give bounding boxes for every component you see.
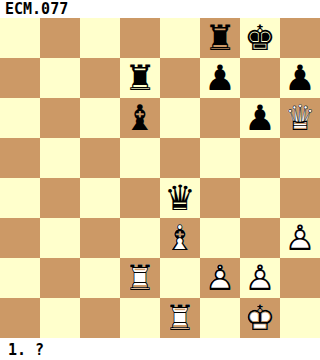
square-f5[interactable] [200, 138, 240, 178]
square-g5[interactable] [240, 138, 280, 178]
square-f3[interactable] [200, 218, 240, 258]
square-g6[interactable]: ♟ [240, 98, 280, 138]
square-a6[interactable] [0, 98, 40, 138]
square-f2[interactable]: ♟♙ [200, 258, 240, 298]
square-d6[interactable]: ♝ [120, 98, 160, 138]
square-d7[interactable]: ♜ [120, 58, 160, 98]
square-d1[interactable] [120, 298, 160, 338]
square-b4[interactable] [40, 178, 80, 218]
piece-black-rook: ♜ [200, 18, 240, 58]
page-title: ECM.077 [0, 0, 320, 18]
square-a8[interactable] [0, 18, 40, 58]
piece-black-pawn: ♟ [200, 58, 240, 98]
square-h4[interactable] [280, 178, 320, 218]
square-e6[interactable] [160, 98, 200, 138]
square-c3[interactable] [80, 218, 120, 258]
piece-white-pawn: ♙ [240, 258, 280, 298]
square-f4[interactable] [200, 178, 240, 218]
square-d4[interactable] [120, 178, 160, 218]
square-e2[interactable] [160, 258, 200, 298]
square-h5[interactable] [280, 138, 320, 178]
square-d5[interactable] [120, 138, 160, 178]
piece-white-king: ♔ [240, 298, 280, 338]
piece-white-rook: ♖ [160, 298, 200, 338]
square-f7[interactable]: ♟ [200, 58, 240, 98]
square-g1[interactable]: ♚♔ [240, 298, 280, 338]
piece-white-pawn: ♙ [200, 258, 240, 298]
square-d2[interactable]: ♜♖ [120, 258, 160, 298]
square-g7[interactable] [240, 58, 280, 98]
square-a1[interactable] [0, 298, 40, 338]
square-a3[interactable] [0, 218, 40, 258]
piece-black-king: ♚ [240, 18, 280, 58]
square-f1[interactable] [200, 298, 240, 338]
square-c6[interactable] [80, 98, 120, 138]
square-c4[interactable] [80, 178, 120, 218]
square-c1[interactable] [80, 298, 120, 338]
square-b8[interactable] [40, 18, 80, 58]
square-g8[interactable]: ♚ [240, 18, 280, 58]
square-h8[interactable] [280, 18, 320, 58]
square-e5[interactable] [160, 138, 200, 178]
square-b2[interactable] [40, 258, 80, 298]
square-b3[interactable] [40, 218, 80, 258]
piece-black-bishop: ♝ [120, 98, 160, 138]
square-a2[interactable] [0, 258, 40, 298]
piece-black-pawn: ♟ [240, 98, 280, 138]
piece-black-queen: ♛ [160, 178, 200, 218]
square-a7[interactable] [0, 58, 40, 98]
move-prompt: 1. ? [0, 338, 320, 360]
square-c5[interactable] [80, 138, 120, 178]
piece-white-queen: ♕ [280, 98, 320, 138]
piece-black-pawn: ♟ [280, 58, 320, 98]
square-e8[interactable] [160, 18, 200, 58]
square-a5[interactable] [0, 138, 40, 178]
piece-black-rook: ♜ [120, 58, 160, 98]
chess-board: ♜♚♜♟♟♝♟♛♕♛♝♗♟♙♜♖♟♙♟♙♜♖♚♔ [0, 18, 320, 338]
square-c8[interactable] [80, 18, 120, 58]
square-e3[interactable]: ♝♗ [160, 218, 200, 258]
square-d3[interactable] [120, 218, 160, 258]
square-b6[interactable] [40, 98, 80, 138]
square-e7[interactable] [160, 58, 200, 98]
square-g4[interactable] [240, 178, 280, 218]
square-a4[interactable] [0, 178, 40, 218]
square-b1[interactable] [40, 298, 80, 338]
square-b5[interactable] [40, 138, 80, 178]
square-f8[interactable]: ♜ [200, 18, 240, 58]
piece-white-rook: ♖ [120, 258, 160, 298]
square-f6[interactable] [200, 98, 240, 138]
piece-white-pawn: ♙ [280, 218, 320, 258]
square-h3[interactable]: ♟♙ [280, 218, 320, 258]
square-h6[interactable]: ♛♕ [280, 98, 320, 138]
square-h2[interactable] [280, 258, 320, 298]
square-e1[interactable]: ♜♖ [160, 298, 200, 338]
square-h7[interactable]: ♟ [280, 58, 320, 98]
square-b7[interactable] [40, 58, 80, 98]
square-d8[interactable] [120, 18, 160, 58]
square-g2[interactable]: ♟♙ [240, 258, 280, 298]
square-h1[interactable] [280, 298, 320, 338]
piece-white-bishop: ♗ [160, 218, 200, 258]
square-c7[interactable] [80, 58, 120, 98]
square-e4[interactable]: ♛ [160, 178, 200, 218]
square-c2[interactable] [80, 258, 120, 298]
square-g3[interactable] [240, 218, 280, 258]
